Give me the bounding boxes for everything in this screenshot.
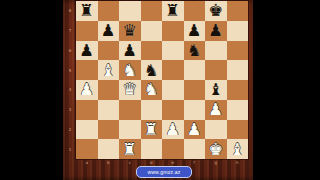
square-c1: ♜ [119, 139, 141, 159]
white-bishop: ♝ [230, 139, 245, 158]
file-label-b: b [98, 158, 120, 166]
square-c4: ♛ [119, 80, 141, 100]
square-e4 [162, 80, 184, 100]
square-d5: ♞ [141, 60, 163, 80]
file-labels: abcdefgh [76, 158, 248, 166]
black-knight: ♞ [187, 41, 202, 60]
white-rook: ♜ [122, 139, 137, 158]
chessboard-frame: 87654321 ♜♜♚♟♛♟♟♟♟♞♝♞♞♟♛♞♝♟♜♟♟♜♚♝ abcdef… [63, 0, 253, 180]
file-label-e: e [162, 158, 184, 166]
watermark-badge: www.gmoz.az [136, 166, 192, 178]
square-h7 [227, 21, 249, 41]
square-g3: ♟ [205, 100, 227, 120]
rank-label-8: 8 [65, 1, 75, 21]
square-h5 [227, 60, 249, 80]
chessboard: ♜♜♚♟♛♟♟♟♟♞♝♞♞♟♛♞♝♟♜♟♟♜♚♝ [76, 1, 248, 159]
square-e6 [162, 41, 184, 61]
square-f2: ♟ [184, 120, 206, 140]
square-d3 [141, 100, 163, 120]
square-b1 [98, 139, 120, 159]
rank-label-6: 6 [65, 41, 75, 61]
square-f5 [184, 60, 206, 80]
square-h6 [227, 41, 249, 61]
rank-label-3: 3 [65, 100, 75, 120]
square-e5 [162, 60, 184, 80]
square-e2: ♟ [162, 120, 184, 140]
square-f1 [184, 139, 206, 159]
rank-label-2: 2 [65, 120, 75, 140]
square-a3 [76, 100, 98, 120]
file-label-d: d [141, 158, 163, 166]
square-f8 [184, 1, 206, 21]
white-pawn: ♟ [187, 120, 202, 139]
square-a5 [76, 60, 98, 80]
black-rook: ♜ [79, 1, 94, 20]
white-pawn: ♟ [79, 80, 94, 99]
file-label-h: h [227, 158, 249, 166]
white-knight: ♞ [122, 60, 137, 79]
white-queen: ♛ [122, 80, 137, 99]
black-rook: ♜ [165, 1, 180, 20]
square-d7 [141, 21, 163, 41]
black-king: ♚ [208, 1, 223, 20]
square-b8 [98, 1, 120, 21]
square-d4: ♞ [141, 80, 163, 100]
square-d1 [141, 139, 163, 159]
square-e1 [162, 139, 184, 159]
square-g7: ♟ [205, 21, 227, 41]
black-queen: ♛ [122, 21, 137, 40]
square-a8: ♜ [76, 1, 98, 21]
square-d2: ♜ [141, 120, 163, 140]
file-label-f: f [184, 158, 206, 166]
square-c3 [119, 100, 141, 120]
black-knight: ♞ [144, 60, 159, 79]
square-b7: ♟ [98, 21, 120, 41]
square-c5: ♞ [119, 60, 141, 80]
square-a2 [76, 120, 98, 140]
white-rook: ♜ [144, 120, 159, 139]
square-a1 [76, 139, 98, 159]
square-e3 [162, 100, 184, 120]
white-pawn: ♟ [165, 120, 180, 139]
square-h1: ♝ [227, 139, 249, 159]
square-f4 [184, 80, 206, 100]
rank-label-5: 5 [65, 60, 75, 80]
square-b6 [98, 41, 120, 61]
square-e8: ♜ [162, 1, 184, 21]
square-b3 [98, 100, 120, 120]
square-d6 [141, 41, 163, 61]
square-f6: ♞ [184, 41, 206, 61]
square-h4 [227, 80, 249, 100]
square-g2 [205, 120, 227, 140]
square-b2 [98, 120, 120, 140]
file-label-a: a [76, 158, 98, 166]
square-g4: ♝ [205, 80, 227, 100]
square-f3 [184, 100, 206, 120]
black-pawn: ♟ [187, 21, 202, 40]
square-d8 [141, 1, 163, 21]
rank-label-1: 1 [65, 139, 75, 159]
white-pawn: ♟ [208, 100, 223, 119]
black-pawn: ♟ [101, 21, 116, 40]
square-a4: ♟ [76, 80, 98, 100]
square-h8 [227, 1, 249, 21]
square-c6: ♟ [119, 41, 141, 61]
square-c7: ♛ [119, 21, 141, 41]
square-h2 [227, 120, 249, 140]
square-h3 [227, 100, 249, 120]
black-pawn: ♟ [208, 21, 223, 40]
video-frame: 87654321 ♜♜♚♟♛♟♟♟♟♞♝♞♞♟♛♞♝♟♜♟♟♜♚♝ abcdef… [0, 0, 320, 180]
white-king: ♚ [208, 139, 223, 158]
black-pawn: ♟ [122, 41, 137, 60]
square-c2 [119, 120, 141, 140]
rank-labels: 87654321 [65, 1, 75, 159]
square-g5 [205, 60, 227, 80]
square-f7: ♟ [184, 21, 206, 41]
square-b4 [98, 80, 120, 100]
white-knight: ♞ [144, 80, 159, 99]
black-pawn: ♟ [79, 41, 94, 60]
rank-label-4: 4 [65, 80, 75, 100]
white-bishop: ♝ [101, 60, 116, 79]
square-g1: ♚ [205, 139, 227, 159]
square-c8 [119, 1, 141, 21]
square-a7 [76, 21, 98, 41]
square-a6: ♟ [76, 41, 98, 61]
square-g6 [205, 41, 227, 61]
square-b5: ♝ [98, 60, 120, 80]
rank-label-7: 7 [65, 21, 75, 41]
black-bishop: ♝ [208, 80, 223, 99]
file-label-c: c [119, 158, 141, 166]
square-e7 [162, 21, 184, 41]
file-label-g: g [205, 158, 227, 166]
watermark-text: www.gmoz.az [147, 169, 180, 175]
square-g8: ♚ [205, 1, 227, 21]
